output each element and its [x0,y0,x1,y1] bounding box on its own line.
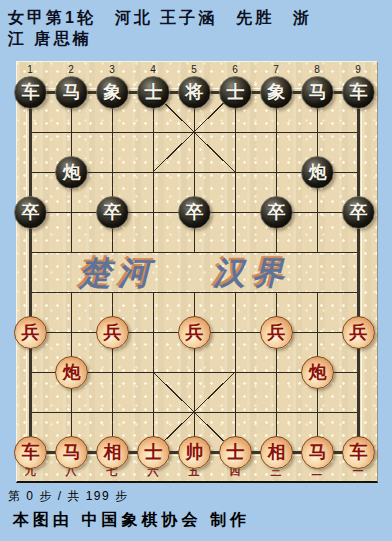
board-point [215,192,256,232]
board-point [133,192,174,232]
piece-red-soldier[interactable]: 兵 [96,316,129,349]
board-point [256,112,297,152]
board-point [297,312,338,352]
board-point: 车 [10,72,51,112]
piece-red-chariot[interactable]: 车 [14,436,47,469]
board-point [10,352,51,392]
board-point [133,152,174,192]
piece-black-advisor[interactable]: 士 [137,76,170,109]
board-point: 士 [133,432,174,472]
board-point: 相 [256,432,297,472]
board-point [338,272,379,312]
piece-red-chariot[interactable]: 车 [342,436,375,469]
piece-black-elephant[interactable]: 象 [260,76,293,109]
piece-red-general[interactable]: 帅 [178,436,211,469]
board-point: 马 [51,432,92,472]
board-point: 炮 [51,352,92,392]
board-point: 象 [256,72,297,112]
board-point [215,232,256,272]
match-title-line2: 江 唐思楠 [8,28,386,49]
board-point [133,392,174,432]
move-counter: 第 0 步 / 共 199 步 [8,488,129,505]
match-title-line1: 女甲第1轮 河北 王子涵 先胜 浙 [8,7,386,28]
board-point [174,272,215,312]
board-point [51,112,92,152]
piece-red-horse[interactable]: 马 [301,436,334,469]
board-point: 车 [338,432,379,472]
board-point: 兵 [338,312,379,352]
board-point [256,272,297,312]
board-point [297,192,338,232]
board-point: 象 [92,72,133,112]
board-point [174,392,215,432]
piece-red-elephant[interactable]: 相 [260,436,293,469]
board-point [133,272,174,312]
board-point [92,232,133,272]
board-point [256,152,297,192]
board-point [10,232,51,272]
piece-red-soldier[interactable]: 兵 [342,316,375,349]
board-point: 士 [215,432,256,472]
board-point [338,392,379,432]
piece-black-soldier[interactable]: 卒 [14,196,47,229]
board-point: 马 [297,72,338,112]
board-point: 兵 [10,312,51,352]
board-point [338,232,379,272]
board-point [297,232,338,272]
piece-black-cannon[interactable]: 炮 [55,156,88,189]
board-point [215,112,256,152]
piece-red-horse[interactable]: 马 [55,436,88,469]
board-point: 马 [51,72,92,112]
board-point: 将 [174,72,215,112]
board-point: 卒 [10,192,51,232]
board-point [215,272,256,312]
board-point: 士 [133,72,174,112]
xiangqi-viewer: 女甲第1轮 河北 王子涵 先胜 浙 江 唐思楠 123456789 九八七六五四… [0,0,392,541]
board-point [92,152,133,192]
board-point: 兵 [92,312,133,352]
board-point: 帅 [174,432,215,472]
board-point [51,232,92,272]
piece-black-advisor[interactable]: 士 [219,76,252,109]
piece-black-soldier[interactable]: 卒 [178,196,211,229]
piece-red-elephant[interactable]: 相 [96,436,129,469]
piece-black-soldier[interactable]: 卒 [260,196,293,229]
piece-black-chariot[interactable]: 车 [14,76,47,109]
piece-black-soldier[interactable]: 卒 [96,196,129,229]
piece-black-elephant[interactable]: 象 [96,76,129,109]
board-point [133,112,174,152]
xiangqi-board: 123456789 九八七六五四三二一 楚河 汉界 车马象士将士象马车炮炮卒卒卒… [16,61,378,483]
board-point: 车 [10,432,51,472]
board-point [174,112,215,152]
board-point: 卒 [256,192,297,232]
board-point [92,392,133,432]
credit-line: 本图由 中国象棋协会 制作 [13,510,250,531]
board-point: 卒 [174,192,215,232]
board-point [215,352,256,392]
board-point [338,352,379,392]
board-point: 炮 [297,152,338,192]
board-point [133,352,174,392]
board-point [10,392,51,432]
board-point [338,112,379,152]
board-point [92,352,133,392]
piece-red-soldier[interactable]: 兵 [14,316,47,349]
match-title: 女甲第1轮 河北 王子涵 先胜 浙 江 唐思楠 [8,7,386,49]
board-point [215,312,256,352]
board-point: 相 [92,432,133,472]
board-point [133,312,174,352]
board-point: 马 [297,432,338,472]
piece-black-horse[interactable]: 马 [55,76,88,109]
piece-black-chariot[interactable]: 车 [342,76,375,109]
board-point [10,112,51,152]
piece-red-cannon[interactable]: 炮 [301,356,334,389]
piece-red-cannon[interactable]: 炮 [55,356,88,389]
piece-red-advisor[interactable]: 士 [219,436,252,469]
board-point: 车 [338,72,379,112]
piece-black-soldier[interactable]: 卒 [342,196,375,229]
piece-red-advisor[interactable]: 士 [137,436,170,469]
board-point [92,272,133,312]
board-point: 炮 [51,152,92,192]
board-point [51,312,92,352]
board-point [297,112,338,152]
board-point: 士 [215,72,256,112]
board-point [10,272,51,312]
board-point [133,232,174,272]
piece-black-horse[interactable]: 马 [301,76,334,109]
board-point: 卒 [92,192,133,232]
board-point [174,232,215,272]
piece-red-soldier[interactable]: 兵 [260,316,293,349]
board-point [51,392,92,432]
board-point [51,272,92,312]
board-point: 兵 [174,312,215,352]
board-point [92,112,133,152]
piece-red-soldier[interactable]: 兵 [178,316,211,349]
board-point [297,272,338,312]
board-point [297,392,338,432]
board-point [256,392,297,432]
board-point [215,152,256,192]
board-point: 卒 [338,192,379,232]
piece-black-cannon[interactable]: 炮 [301,156,334,189]
board-point [338,152,379,192]
board-point [256,352,297,392]
board-point: 兵 [256,312,297,352]
board-point [10,152,51,192]
board-point-grid: 车马象士将士象马车炮炮卒卒卒卒卒兵兵兵兵兵炮炮车马相士帅士相马车 [10,72,379,472]
board-point [256,232,297,272]
board-point [51,192,92,232]
piece-black-general[interactable]: 将 [178,76,211,109]
board-point [215,392,256,432]
board-point [174,352,215,392]
board-point [174,152,215,192]
board-point: 炮 [297,352,338,392]
